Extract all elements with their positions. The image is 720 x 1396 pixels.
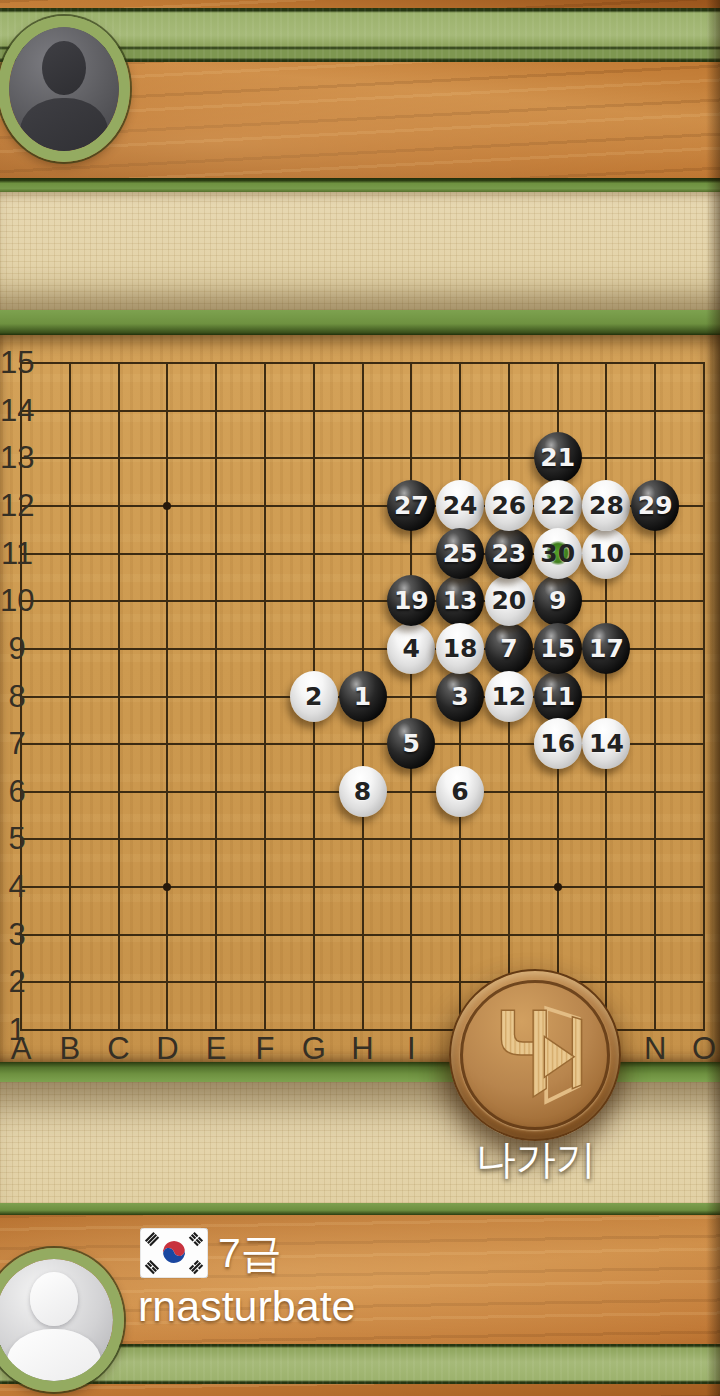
stone-number: 18 <box>436 623 484 674</box>
stone-number: 24 <box>436 480 484 531</box>
stone-28-white-M12: 28 <box>582 480 630 531</box>
game-screen: 151413121110987654321ABCDEFGHIJKLMNO 123… <box>0 0 720 1396</box>
stone-12-white-K8: 12 <box>485 671 533 722</box>
stone-6-white-J6: 6 <box>436 766 484 817</box>
stone-1-black-H8: 1 <box>339 671 387 722</box>
row-label-7: 7 <box>0 728 34 760</box>
divider-strip-2 <box>0 310 720 335</box>
stone-number: 19 <box>387 575 435 626</box>
stone-number: 22 <box>534 480 582 531</box>
stone-number: 5 <box>387 718 435 769</box>
board[interactable]: 151413121110987654321ABCDEFGHIJKLMNO 123… <box>0 335 720 1062</box>
grid-line-vertical <box>654 362 656 1031</box>
stone-8-white-H6: 8 <box>339 766 387 817</box>
stone-number: 14 <box>582 718 630 769</box>
stone-number: 6 <box>436 766 484 817</box>
stone-number: 20 <box>485 575 533 626</box>
stone-number: 28 <box>582 480 630 531</box>
stone-number: 4 <box>387 623 435 674</box>
stone-11-black-L8: 11 <box>534 671 582 722</box>
player-rank: 7급 <box>218 1228 282 1278</box>
stone-16-white-L7: 16 <box>534 718 582 769</box>
col-label-N: N <box>633 1033 677 1065</box>
stone-17-black-M9: 17 <box>582 623 630 674</box>
stone-21-black-L13: 21 <box>534 432 582 483</box>
grid-line-horizontal <box>20 838 705 840</box>
divider-strip-1 <box>0 178 720 192</box>
star-point <box>163 883 171 891</box>
col-label-A: A <box>0 1033 43 1065</box>
person-silhouette-icon <box>9 27 119 151</box>
top-player-avatar[interactable] <box>0 16 130 162</box>
col-label-B: B <box>48 1033 92 1065</box>
row-label-13: 13 <box>0 442 34 474</box>
stone-number: 29 <box>631 480 679 531</box>
stone-4-white-I9: 4 <box>387 623 435 674</box>
exit-button[interactable] <box>449 969 621 1141</box>
row-label-3: 3 <box>0 919 34 951</box>
stone-18-white-J9: 18 <box>436 623 484 674</box>
exit-door-arrow-icon <box>487 999 583 1111</box>
stone-2-white-G8: 2 <box>290 671 338 722</box>
stone-number: 26 <box>485 480 533 531</box>
stone-30-white-L11: 30 <box>534 528 582 579</box>
stone-number: 8 <box>339 766 387 817</box>
row-label-14: 14 <box>0 395 34 427</box>
col-label-G: G <box>292 1033 336 1065</box>
stone-number: 11 <box>534 671 582 722</box>
row-label-9: 9 <box>0 633 34 665</box>
grid-line-vertical <box>605 362 607 1031</box>
col-label-I: I <box>389 1033 433 1065</box>
row-label-4: 4 <box>0 871 34 903</box>
stone-number: 2 <box>290 671 338 722</box>
stone-number: 9 <box>534 575 582 626</box>
col-label-D: D <box>145 1033 189 1065</box>
star-point <box>554 883 562 891</box>
col-label-F: F <box>243 1033 287 1065</box>
grid-line-vertical <box>410 362 412 1031</box>
stone-29-black-N12: 29 <box>631 480 679 531</box>
row-label-15: 15 <box>0 347 34 379</box>
stone-number: 25 <box>436 528 484 579</box>
row-label-12: 12 <box>0 490 34 522</box>
row-label-8: 8 <box>0 681 34 713</box>
row-label-10: 10 <box>0 585 34 617</box>
col-label-C: C <box>97 1033 141 1065</box>
stone-14-white-M7: 14 <box>582 718 630 769</box>
row-label-5: 5 <box>0 823 34 855</box>
stone-number: 23 <box>485 528 533 579</box>
stone-24-white-J12: 24 <box>436 480 484 531</box>
stone-25-black-J11: 25 <box>436 528 484 579</box>
stone-22-white-L12: 22 <box>534 480 582 531</box>
stone-27-black-I12: 27 <box>387 480 435 531</box>
stone-number: 21 <box>534 432 582 483</box>
person-silhouette-icon <box>0 1259 113 1381</box>
stone-number: 1 <box>339 671 387 722</box>
stone-20-white-K10: 20 <box>485 575 533 626</box>
stone-19-black-I10: 19 <box>387 575 435 626</box>
player-name: rnasturbate <box>138 1282 356 1331</box>
south-korea-flag-icon <box>140 1228 208 1278</box>
exit-button-label: 나가기 <box>436 1132 636 1187</box>
stone-9-black-L10: 9 <box>534 575 582 626</box>
stone-number: 30 <box>534 528 582 579</box>
col-label-O: O <box>682 1033 720 1065</box>
upper-beige-band <box>0 192 720 310</box>
row-label-2: 2 <box>0 966 34 998</box>
stone-5-black-I7: 5 <box>387 718 435 769</box>
col-label-E: E <box>194 1033 238 1065</box>
stone-10-white-M11: 10 <box>582 528 630 579</box>
stone-number: 16 <box>534 718 582 769</box>
stone-number: 7 <box>485 623 533 674</box>
stone-number: 12 <box>485 671 533 722</box>
stone-number: 17 <box>582 623 630 674</box>
row-label-11: 11 <box>0 538 34 570</box>
stone-7-black-K9: 7 <box>485 623 533 674</box>
stone-23-black-K11: 23 <box>485 528 533 579</box>
stone-number: 3 <box>436 671 484 722</box>
col-label-H: H <box>341 1033 385 1065</box>
row-label-6: 6 <box>0 776 34 808</box>
stone-number: 13 <box>436 575 484 626</box>
grid-line-vertical <box>703 362 705 1031</box>
grid-line-horizontal <box>20 934 705 936</box>
star-point <box>163 502 171 510</box>
stone-26-white-K12: 26 <box>485 480 533 531</box>
stone-13-black-J10: 13 <box>436 575 484 626</box>
stone-number: 27 <box>387 480 435 531</box>
stone-number: 10 <box>582 528 630 579</box>
grid-line-horizontal <box>20 981 705 983</box>
stone-15-black-L9: 15 <box>534 623 582 674</box>
stone-3-black-J8: 3 <box>436 671 484 722</box>
divider-strip-4 <box>0 1203 720 1215</box>
stone-number: 15 <box>534 623 582 674</box>
grid-line-horizontal <box>20 886 705 888</box>
